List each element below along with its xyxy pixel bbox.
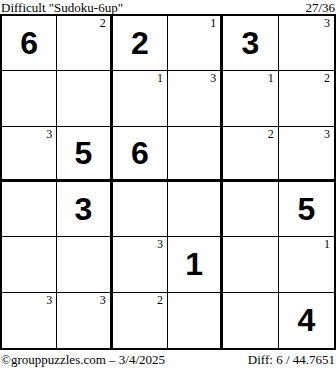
given-digit: 1 <box>168 237 220 291</box>
cell-r1c2[interactable]: 2 <box>57 16 112 71</box>
corner-mark: 3 <box>100 294 106 307</box>
cell-r6c4[interactable] <box>168 293 223 348</box>
cell-r3c2[interactable]: 5 <box>57 127 112 182</box>
cell-r1c1[interactable]: 6 <box>2 16 57 71</box>
cell-r2c6[interactable]: 2 <box>279 71 334 126</box>
cell-r5c2[interactable] <box>57 237 112 292</box>
corner-mark: 2 <box>268 128 274 141</box>
cell-r3c5[interactable]: 2 <box>223 127 278 182</box>
cell-r6c1[interactable]: 3 <box>2 293 57 348</box>
cell-r3c4[interactable] <box>168 127 223 182</box>
corner-mark: 3 <box>210 72 216 85</box>
cell-r4c4[interactable] <box>168 182 223 237</box>
cell-r5c5[interactable] <box>223 237 278 292</box>
cell-r1c4[interactable]: 1 <box>168 16 223 71</box>
corner-mark: 1 <box>268 72 274 85</box>
cell-r2c2[interactable] <box>57 71 112 126</box>
cell-r2c1[interactable] <box>2 71 57 126</box>
cell-r4c2[interactable]: 3 <box>57 182 112 237</box>
corner-mark: 3 <box>46 294 52 307</box>
corner-mark: 2 <box>324 72 330 85</box>
cell-r4c1[interactable] <box>2 182 57 237</box>
puzzle-title: Difficult "Sudoku-6up" <box>1 1 123 14</box>
corner-mark: 3 <box>46 128 52 141</box>
cell-r2c4[interactable]: 3 <box>168 71 223 126</box>
cell-r1c3[interactable]: 2 <box>113 16 168 71</box>
given-digit: 4 <box>279 293 334 348</box>
page-footer: ©grouppuzzles.com – 3/4/2025 Diff: 6 / 4… <box>0 350 336 370</box>
cell-r6c2[interactable]: 3 <box>57 293 112 348</box>
given-digit: 6 <box>2 16 56 70</box>
cell-r4c6[interactable]: 5 <box>279 182 334 237</box>
corner-mark: 1 <box>157 72 163 85</box>
difficulty-text: Diff: 6 / 44.7651 <box>248 353 335 367</box>
cell-r6c3[interactable]: 2 <box>113 293 168 348</box>
cell-r3c3[interactable]: 6 <box>113 127 168 182</box>
corner-mark: 1 <box>210 17 216 30</box>
cell-r4c5[interactable] <box>223 182 278 237</box>
corner-mark: 1 <box>324 238 330 251</box>
cell-r3c1[interactable]: 3 <box>2 127 57 182</box>
given-digit: 5 <box>57 127 109 179</box>
cell-r3c6[interactable]: 3 <box>279 127 334 182</box>
cell-r5c1[interactable] <box>2 237 57 292</box>
copyright-text: ©grouppuzzles.com – 3/4/2025 <box>1 353 165 367</box>
given-digit: 6 <box>113 127 167 179</box>
sudoku-board: 622133131235623353113324 <box>0 14 336 350</box>
cell-r5c6[interactable]: 1 <box>279 237 334 292</box>
cell-r2c5[interactable]: 1 <box>223 71 278 126</box>
corner-mark: 2 <box>100 17 106 30</box>
cell-r6c5[interactable] <box>223 293 278 348</box>
cell-r2c3[interactable]: 1 <box>113 71 168 126</box>
puzzle-counter: 27/36 <box>305 1 335 14</box>
given-digit: 3 <box>57 182 109 236</box>
cell-r6c6[interactable]: 4 <box>279 293 334 348</box>
cell-r1c5[interactable]: 3 <box>223 16 278 71</box>
cell-r1c6[interactable]: 3 <box>279 16 334 71</box>
given-digit: 2 <box>113 16 167 70</box>
corner-mark: 3 <box>324 128 330 141</box>
given-digit: 5 <box>279 182 334 236</box>
cell-r5c3[interactable]: 3 <box>113 237 168 292</box>
corner-mark: 2 <box>157 294 163 307</box>
cell-r4c3[interactable] <box>113 182 168 237</box>
given-digit: 3 <box>223 16 277 70</box>
corner-mark: 3 <box>324 17 330 30</box>
page-header: Difficult "Sudoku-6up" 27/36 <box>0 0 336 14</box>
cell-r5c4[interactable]: 1 <box>168 237 223 292</box>
corner-mark: 3 <box>157 238 163 251</box>
